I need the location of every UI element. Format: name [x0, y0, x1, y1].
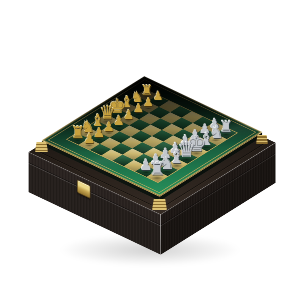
piece-silver-pawn: ♟: [139, 158, 152, 173]
piece-gold-pawn: ♟: [113, 114, 125, 127]
piece-silver-pawn: ♟: [179, 134, 191, 148]
piece-silver-pawn: ♟: [209, 116, 221, 129]
chess-set-product-photo: ♜♟♞♟♝♟♚♟♛♟♝♟♟♞♜♟♟♜♞♟♟♝♟♚♟♛♟♝♟♞♟♜: [0, 0, 300, 300]
piece-silver-pawn: ♟: [159, 146, 172, 160]
piece-gold-pawn: ♟: [123, 109, 134, 122]
piece-silver-queen: ♛: [177, 139, 196, 160]
piece-silver-rook: ♜: [149, 160, 165, 178]
piece-silver-pawn: ♟: [189, 128, 201, 142]
piece-gold-queen: ♛: [99, 104, 116, 123]
piece-gold-pawn: ♟: [143, 97, 154, 109]
piece-gold-bishop: ♝: [90, 112, 105, 128]
piece-silver-bishop: ♝: [169, 148, 186, 167]
piece-gold-pawn: ♟: [153, 91, 164, 103]
piece-silver-knight: ♞: [209, 125, 224, 141]
piece-gold-rook: ♜: [71, 125, 85, 141]
piece-gold-pawn: ♟: [103, 120, 115, 133]
piece-silver-pawn: ♟: [199, 122, 211, 135]
piece-silver-pawn: ♟: [169, 140, 182, 154]
piece-gold-king: ♚: [108, 97, 126, 117]
piece-gold-pawn: ♟: [133, 103, 144, 115]
piece-gold-knight: ♞: [81, 119, 95, 135]
piece-gold-bishop: ♝: [120, 95, 134, 110]
piece-gold-rook: ♜: [141, 84, 153, 98]
piece-silver-bishop: ♝: [199, 130, 215, 147]
piece-silver-king: ♚: [186, 132, 206, 154]
piece-silver-pawn: ♟: [149, 152, 162, 167]
piece-gold-pawn: ♟: [93, 126, 105, 139]
piece-gold-knight: ♞: [131, 89, 144, 103]
pieces-layer: ♜♟♞♟♝♟♚♟♛♟♝♟♟♞♜♟♟♜♞♟♟♝♟♚♟♛♟♝♟♞♟♜: [0, 0, 300, 300]
piece-silver-rook: ♜: [219, 119, 233, 135]
piece-gold-pawn: ♟: [83, 132, 95, 146]
piece-silver-knight: ♞: [159, 155, 175, 173]
